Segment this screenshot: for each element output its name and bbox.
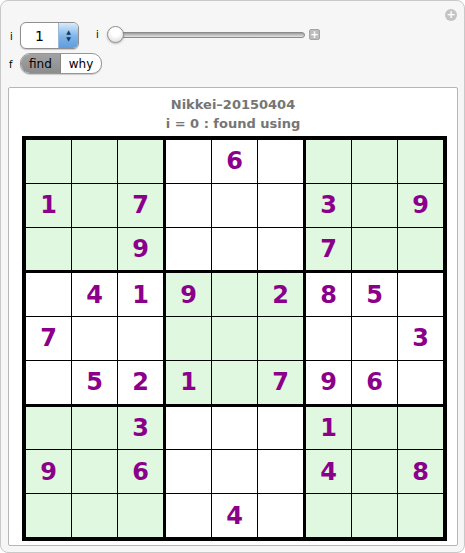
sudoku-cell-r8c8 bbox=[352, 450, 397, 493]
sudoku-cell-r3c9 bbox=[398, 228, 443, 271]
sudoku-board: 1796397417529217853963964148 bbox=[22, 136, 447, 541]
sudoku-block-2-0: 396 bbox=[26, 407, 163, 537]
sudoku-cell-r7c9 bbox=[398, 407, 443, 450]
sudoku-cell-r2c3: 7 bbox=[118, 184, 163, 227]
sudoku-cell-r4c4: 9 bbox=[166, 273, 211, 316]
sudoku-cell-r9c4 bbox=[166, 494, 211, 537]
sudoku-cell-r3c3: 9 bbox=[118, 228, 163, 271]
sudoku-block-1-1: 9217 bbox=[166, 273, 303, 403]
sudoku-cell-r5c6 bbox=[258, 317, 303, 360]
sudoku-block-2-1: 4 bbox=[166, 407, 303, 537]
sudoku-cell-r4c7: 8 bbox=[306, 273, 351, 316]
toggle-option-find[interactable]: find bbox=[21, 54, 61, 73]
sudoku-cell-r2c9: 9 bbox=[398, 184, 443, 227]
manipulate-frame: i 1 ▲ ▼ i + f find why + Nikkei–20150404… bbox=[0, 0, 465, 553]
sudoku-cell-r6c1 bbox=[26, 361, 71, 404]
sudoku-cell-r3c1 bbox=[26, 228, 71, 271]
mode-toggle: find why bbox=[20, 53, 102, 74]
sudoku-cell-r2c7: 3 bbox=[306, 184, 351, 227]
stepper-arrows-icon[interactable]: ▲ ▼ bbox=[58, 23, 78, 48]
sudoku-cell-r1c6 bbox=[258, 140, 303, 183]
sudoku-cell-r5c8 bbox=[352, 317, 397, 360]
sudoku-cell-r9c1 bbox=[26, 494, 71, 537]
sudoku-cell-r6c7: 9 bbox=[306, 361, 351, 404]
toggle-option-why[interactable]: why bbox=[61, 54, 102, 73]
sudoku-cell-r4c9 bbox=[398, 273, 443, 316]
sudoku-cell-r9c5: 4 bbox=[212, 494, 257, 537]
sudoku-cell-r9c2 bbox=[72, 494, 117, 537]
sudoku-cell-r6c6: 7 bbox=[258, 361, 303, 404]
sudoku-block-0-0: 179 bbox=[26, 140, 163, 270]
sudoku-cell-r4c3: 1 bbox=[118, 273, 163, 316]
sudoku-cell-r5c3 bbox=[118, 317, 163, 360]
sudoku-cell-r5c2 bbox=[72, 317, 117, 360]
sudoku-cell-r6c8: 6 bbox=[352, 361, 397, 404]
sudoku-block-0-2: 397 bbox=[306, 140, 443, 270]
sudoku-cell-r4c8: 5 bbox=[352, 273, 397, 316]
sudoku-cell-r4c5 bbox=[212, 273, 257, 316]
sudoku-cell-r1c5: 6 bbox=[212, 140, 257, 183]
sudoku-cell-r1c2 bbox=[72, 140, 117, 183]
sudoku-cell-r8c3: 6 bbox=[118, 450, 163, 493]
sudoku-block-1-0: 41752 bbox=[26, 273, 163, 403]
sudoku-cell-r2c8 bbox=[352, 184, 397, 227]
sudoku-cell-r9c7 bbox=[306, 494, 351, 537]
sudoku-cell-r1c9 bbox=[398, 140, 443, 183]
sudoku-block-1-2: 85396 bbox=[306, 273, 443, 403]
sudoku-cell-r6c2: 5 bbox=[72, 361, 117, 404]
display-panel: Nikkei–20150404 i = 0 : found using 1796… bbox=[8, 87, 458, 546]
sudoku-cell-r6c3: 2 bbox=[118, 361, 163, 404]
sudoku-cell-r3c5 bbox=[212, 228, 257, 271]
sudoku-cell-r3c4 bbox=[166, 228, 211, 271]
sudoku-cell-r5c5 bbox=[212, 317, 257, 360]
sudoku-cell-r8c5 bbox=[212, 450, 257, 493]
sudoku-cell-r2c5 bbox=[212, 184, 257, 227]
sudoku-cell-r6c4: 1 bbox=[166, 361, 211, 404]
sudoku-cell-r7c6 bbox=[258, 407, 303, 450]
sudoku-cell-r2c6 bbox=[258, 184, 303, 227]
sudoku-cell-r2c1: 1 bbox=[26, 184, 71, 227]
sudoku-cell-r9c6 bbox=[258, 494, 303, 537]
sudoku-cell-r9c3 bbox=[118, 494, 163, 537]
sudoku-cell-r9c9 bbox=[398, 494, 443, 537]
stepper-down-icon[interactable]: ▼ bbox=[66, 36, 71, 42]
sudoku-cell-r8c6 bbox=[258, 450, 303, 493]
index-slider-track[interactable] bbox=[113, 32, 305, 38]
sudoku-cell-r1c7 bbox=[306, 140, 351, 183]
sudoku-cell-r8c1: 9 bbox=[26, 450, 71, 493]
sudoku-cell-r2c4 bbox=[166, 184, 211, 227]
toggle-label: f bbox=[9, 59, 13, 70]
sudoku-cell-r4c2: 4 bbox=[72, 273, 117, 316]
popup-value: 1 bbox=[21, 23, 58, 48]
sudoku-cell-r2c2 bbox=[72, 184, 117, 227]
sudoku-cell-r6c5 bbox=[212, 361, 257, 404]
sudoku-cell-r7c8 bbox=[352, 407, 397, 450]
sudoku-cell-r4c1 bbox=[26, 273, 71, 316]
sudoku-cell-r7c1 bbox=[26, 407, 71, 450]
sudoku-cell-r8c9: 8 bbox=[398, 450, 443, 493]
slider-label: i bbox=[96, 29, 99, 40]
sudoku-cell-r3c8 bbox=[352, 228, 397, 271]
index-popup-menu[interactable]: 1 ▲ ▼ bbox=[20, 22, 79, 49]
sudoku-cell-r5c1: 7 bbox=[26, 317, 71, 360]
puzzle-title: Nikkei–20150404 bbox=[9, 97, 457, 112]
sudoku-cell-r7c3: 3 bbox=[118, 407, 163, 450]
sudoku-cell-r6c9 bbox=[398, 361, 443, 404]
manipulate-menu-icon[interactable]: + bbox=[445, 9, 457, 21]
sudoku-cell-r5c7 bbox=[306, 317, 351, 360]
sudoku-cell-r3c6 bbox=[258, 228, 303, 271]
sudoku-cell-r9c8 bbox=[352, 494, 397, 537]
sudoku-cell-r7c7: 1 bbox=[306, 407, 351, 450]
sudoku-cell-r1c3 bbox=[118, 140, 163, 183]
sudoku-cell-r8c2 bbox=[72, 450, 117, 493]
sudoku-cell-r7c4 bbox=[166, 407, 211, 450]
sudoku-cell-r1c4 bbox=[166, 140, 211, 183]
index-slider-thumb[interactable] bbox=[107, 26, 124, 43]
sudoku-block-2-2: 148 bbox=[306, 407, 443, 537]
status-text: i = 0 : found using bbox=[9, 116, 457, 131]
sudoku-block-0-1: 6 bbox=[166, 140, 303, 270]
popup-label: i bbox=[10, 31, 13, 42]
sudoku-cell-r8c7: 4 bbox=[306, 450, 351, 493]
sudoku-cell-r5c9: 3 bbox=[398, 317, 443, 360]
sudoku-cell-r1c1 bbox=[26, 140, 71, 183]
sudoku-cell-r4c6: 2 bbox=[258, 273, 303, 316]
sudoku-cell-r7c5 bbox=[212, 407, 257, 450]
sudoku-cell-r5c4 bbox=[166, 317, 211, 360]
sudoku-cell-r3c2 bbox=[72, 228, 117, 271]
sudoku-cell-r3c7: 7 bbox=[306, 228, 351, 271]
slider-expand-icon[interactable]: + bbox=[309, 29, 320, 40]
sudoku-cell-r7c2 bbox=[72, 407, 117, 450]
sudoku-cell-r1c8 bbox=[352, 140, 397, 183]
sudoku-cell-r8c4 bbox=[166, 450, 211, 493]
